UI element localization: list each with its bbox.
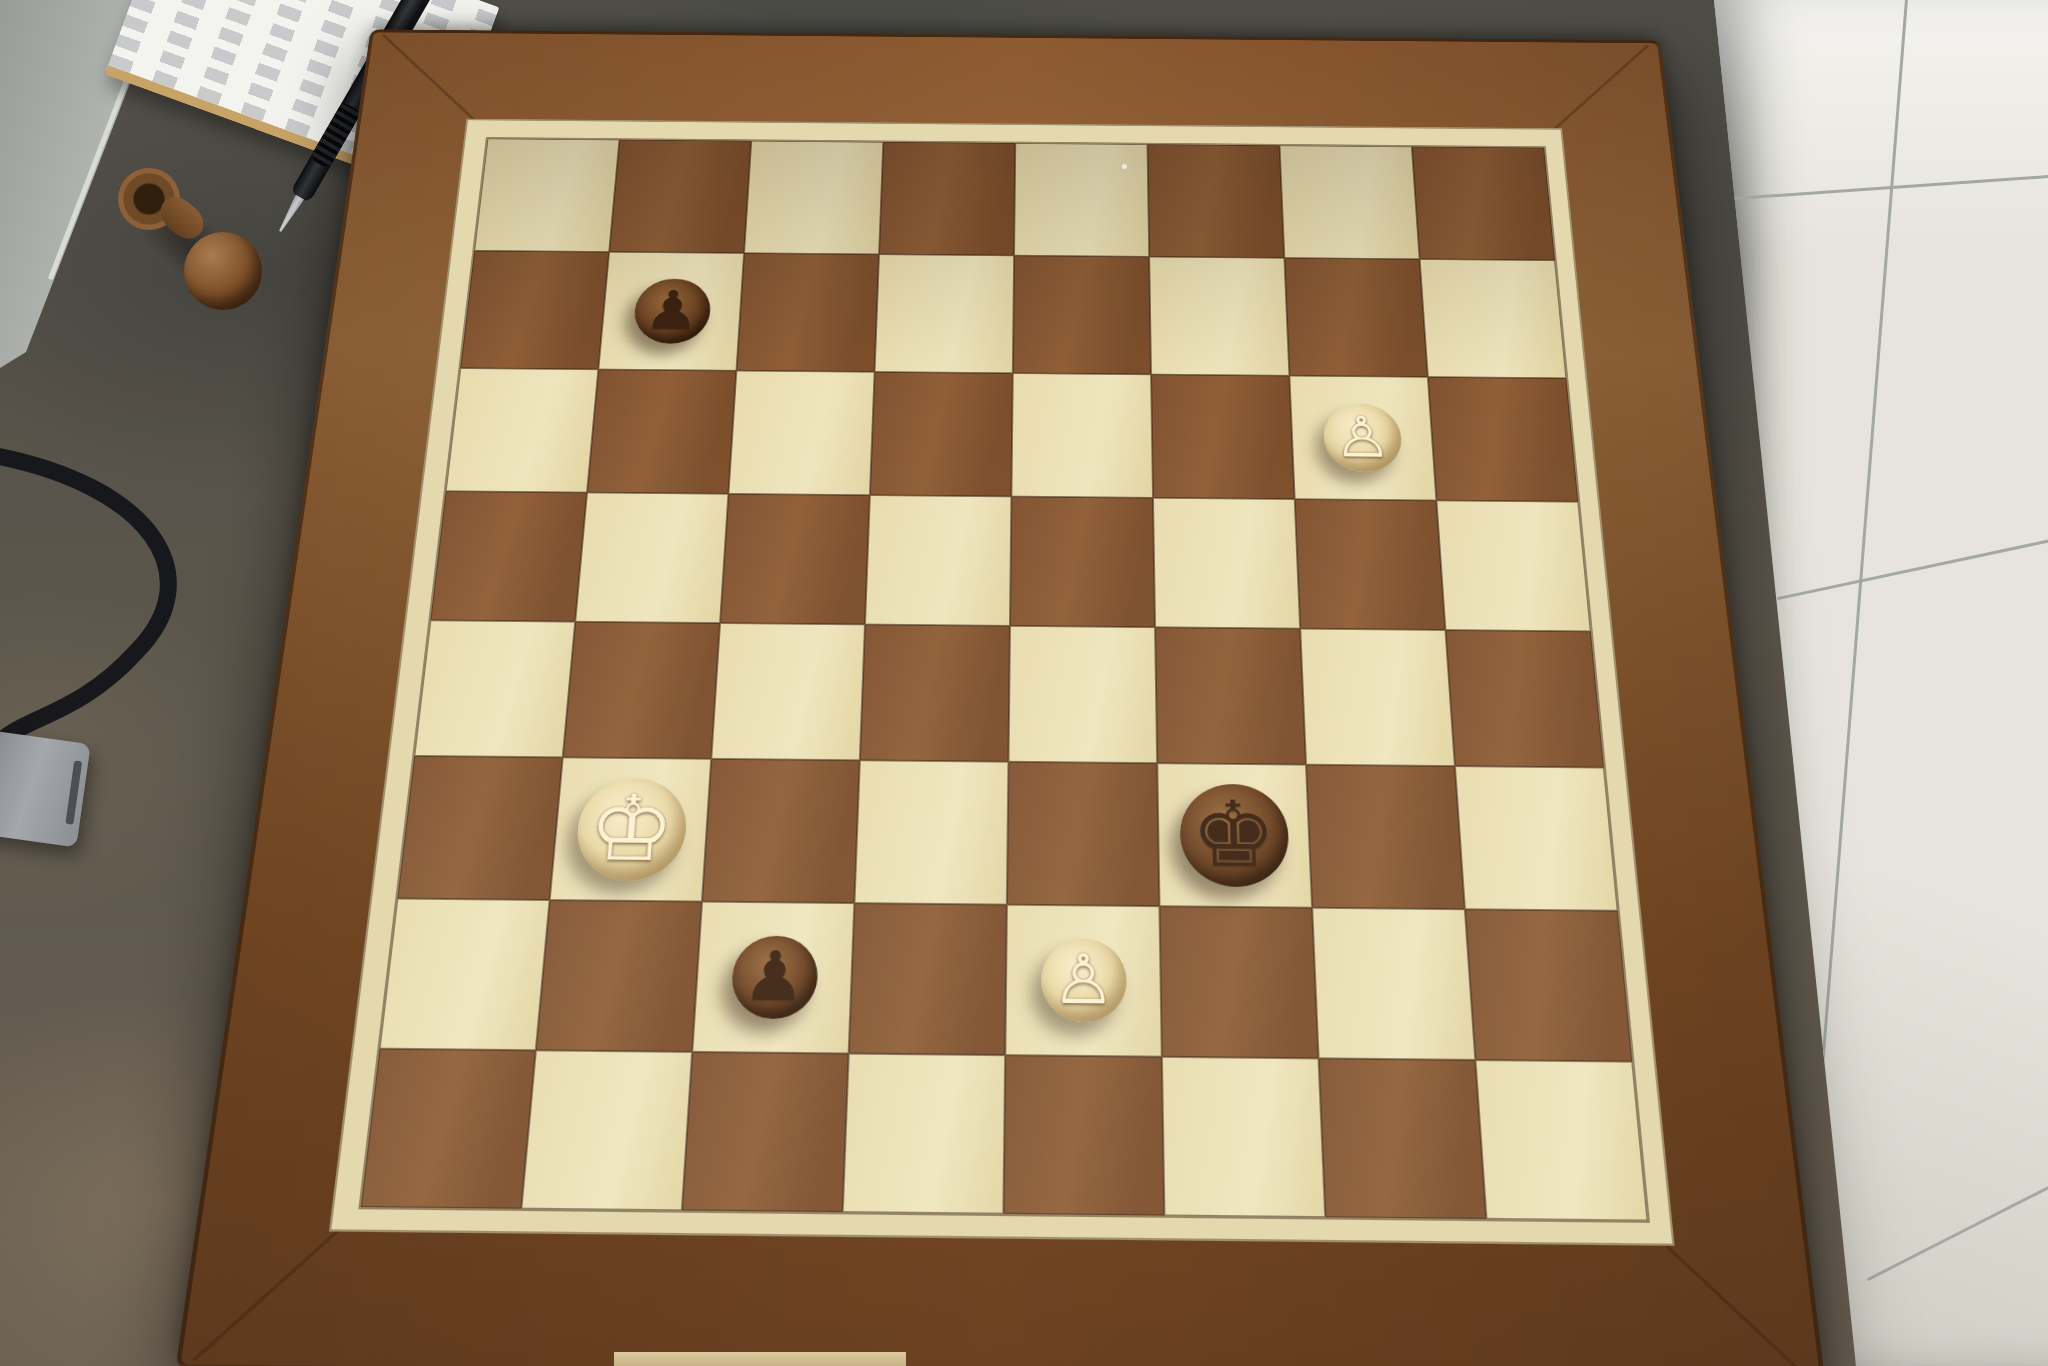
square-g4 [1300,629,1455,766]
fallen-pawn-head [184,232,262,310]
black-pawn-glyph: ♟ [642,284,702,338]
square-d8 [879,142,1015,256]
square-a3 [397,756,562,900]
scene: ♟♙♔♚♟♙ [0,0,2048,1366]
square-c4 [711,623,865,760]
square-a5 [430,491,587,621]
square-h1 [1475,1060,1647,1221]
white-king-b3: ♔ [550,757,712,901]
square-e3 [1007,762,1160,906]
black-pawn-glyph: ♟ [741,942,808,1011]
square-h8 [1412,147,1555,261]
square-c1 [682,1052,849,1212]
frame-mitre-joint [382,34,480,125]
square-b5 [575,493,728,624]
square-h4 [1445,630,1603,768]
square-e4 [1008,626,1157,763]
square-d6 [870,372,1013,497]
square-h3 [1455,766,1618,911]
frame-mitre-joint [1656,1236,1809,1366]
square-a7 [460,251,609,370]
square-c7 [736,253,879,372]
table-pedestal [614,1352,906,1366]
square-d4 [860,624,1010,761]
usb-hub [0,729,91,848]
square-g5 [1295,499,1446,630]
square-c8 [744,141,883,254]
square-g8 [1280,145,1420,259]
square-f1 [1162,1057,1326,1218]
square-h5 [1436,500,1590,631]
square-a6 [446,368,599,492]
board-frame: ♟♙♔♚♟♙ [175,29,1825,1366]
square-f2 [1159,906,1318,1058]
chessboard: ♟♙♔♚♟♙ [175,29,1825,1366]
square-g7 [1284,258,1427,377]
white-pawn-g6: ♙ [1289,376,1436,501]
black-king-f3: ♚ [1157,763,1312,908]
frame-mitre-joint [193,1222,348,1362]
square-b6 [587,369,736,493]
square-c6 [728,371,874,496]
square-c3 [702,759,860,903]
square-f4 [1155,627,1306,764]
dust-speck [1122,164,1127,169]
square-d5 [865,495,1011,626]
white-pawn-e2: ♙ [1005,905,1162,1057]
square-b4 [563,622,720,759]
black-king-glyph: ♚ [1190,789,1278,881]
square-d7 [875,254,1015,373]
square-e1 [1003,1055,1164,1215]
square-a1 [361,1049,536,1209]
square-e7 [1013,256,1151,375]
square-b8 [609,140,751,253]
square-d2 [849,903,1007,1055]
square-h6 [1428,377,1578,502]
square-a8 [474,139,619,252]
square-e5 [1010,496,1155,627]
square-f7 [1149,257,1289,376]
black-pawn-b7: ♟ [598,252,744,371]
black-pawn-c2: ♟ [692,902,854,1054]
square-d1 [843,1054,1006,1214]
usb-hub-port [65,760,82,824]
white-pawn-glyph: ♙ [1052,945,1115,1014]
square-a2 [380,899,550,1051]
white-pawn-glyph: ♙ [1332,409,1392,466]
square-e8 [1014,143,1149,257]
square-h7 [1420,259,1567,378]
board-margin: ♟♙♔♚♟♙ [329,119,1675,1246]
square-f8 [1147,144,1284,258]
playing-area: ♟♙♔♚♟♙ [361,139,1648,1221]
square-g1 [1319,1058,1487,1219]
white-king-glyph: ♔ [585,783,678,874]
square-c5 [720,494,870,625]
square-f5 [1153,498,1300,629]
square-e6 [1011,373,1153,498]
frame-mitre-joint [1548,45,1649,135]
square-g3 [1306,765,1465,910]
square-a4 [414,620,575,757]
square-b2 [536,900,702,1052]
square-d3 [854,760,1008,904]
square-b1 [521,1050,692,1210]
square-h2 [1465,909,1632,1061]
square-f6 [1151,374,1295,499]
square-g2 [1312,908,1475,1060]
